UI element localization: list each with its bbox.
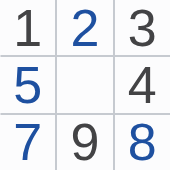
sudoku-board: 1 2 3 5 4 7 9 8 [0, 0, 170, 170]
sudoku-cell-r2c2[interactable] [57, 57, 112, 112]
sudoku-cell-r1c2[interactable]: 2 [57, 0, 112, 55]
sudoku-cell-r1c1[interactable]: 1 [0, 0, 55, 55]
cell-value: 4 [128, 59, 157, 111]
cell-value: 9 [71, 116, 100, 168]
cell-value: 3 [128, 2, 157, 54]
cell-value: 2 [71, 2, 100, 54]
sudoku-cell-r3c2[interactable]: 9 [57, 115, 112, 170]
cell-value: 8 [128, 116, 157, 168]
cell-value: 1 [13, 2, 42, 54]
sudoku-cell-r2c1[interactable]: 5 [0, 57, 55, 112]
sudoku-cell-r3c1[interactable]: 7 [0, 115, 55, 170]
sudoku-cell-r3c3[interactable]: 8 [115, 115, 170, 170]
sudoku-cell-r2c3[interactable]: 4 [115, 57, 170, 112]
sudoku-cell-r1c3[interactable]: 3 [115, 0, 170, 55]
cell-value: 5 [13, 59, 42, 111]
cell-value: 7 [13, 116, 42, 168]
